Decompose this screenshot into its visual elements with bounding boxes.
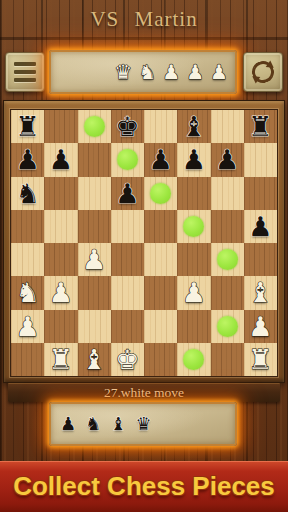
square-d1[interactable]: ♚: [111, 343, 144, 376]
legal-move-highlight: [84, 116, 105, 137]
square-c3[interactable]: [78, 276, 111, 309]
square-f7[interactable]: ♟: [177, 143, 210, 176]
white-rook-piece[interactable]: ♜: [248, 346, 272, 373]
menu-button[interactable]: [5, 52, 45, 92]
square-g3[interactable]: [211, 276, 244, 309]
app-screen: VS Martin ♛♞♟♟♟ ♜♚♝♜♟♟♟♟♟♞♟♟♟♞♟♟♝♟♟♜♝♚♜ …: [0, 0, 288, 512]
square-e8[interactable]: [144, 110, 177, 143]
white-pawn-piece[interactable]: ♟: [248, 313, 272, 340]
white-pawn-piece[interactable]: ♟: [82, 246, 106, 273]
square-h2[interactable]: ♟: [244, 310, 277, 343]
square-b7[interactable]: ♟: [44, 143, 77, 176]
captured-tray-top: ♛♞♟♟♟: [49, 50, 237, 94]
black-king-piece[interactable]: ♚: [115, 113, 139, 140]
white-pawn-piece[interactable]: ♟: [16, 313, 40, 340]
wood-plank-seam: [0, 37, 288, 40]
square-b4[interactable]: [44, 243, 77, 276]
square-d2[interactable]: [111, 310, 144, 343]
captured-white-knight: ♞: [138, 62, 156, 82]
white-pawn-piece[interactable]: ♟: [182, 279, 206, 306]
black-pawn-piece[interactable]: ♟: [49, 146, 73, 173]
black-pawn-piece[interactable]: ♟: [215, 146, 239, 173]
square-d6[interactable]: ♟: [111, 177, 144, 210]
square-c4[interactable]: ♟: [78, 243, 111, 276]
captured-white-queen: ♛: [114, 62, 132, 82]
square-g2[interactable]: [211, 310, 244, 343]
square-g4[interactable]: [211, 243, 244, 276]
ad-banner[interactable]: Collect Chess Pieces: [0, 461, 288, 512]
square-b3[interactable]: ♟: [44, 276, 77, 309]
legal-move-highlight: [217, 316, 238, 337]
captured-black-bishop: ♝: [110, 415, 126, 433]
captured-black-queen: ♛: [135, 415, 151, 433]
square-b2[interactable]: [44, 310, 77, 343]
square-h5[interactable]: ♟: [244, 210, 277, 243]
square-b8[interactable]: [44, 110, 77, 143]
square-a5[interactable]: [11, 210, 44, 243]
square-c8[interactable]: [78, 110, 111, 143]
square-c5[interactable]: [78, 210, 111, 243]
legal-move-highlight: [183, 349, 204, 370]
square-f5[interactable]: [177, 210, 210, 243]
square-h8[interactable]: ♜: [244, 110, 277, 143]
square-b6[interactable]: [44, 177, 77, 210]
white-pawn-piece[interactable]: ♟: [49, 279, 73, 306]
square-c2[interactable]: [78, 310, 111, 343]
black-rook-piece[interactable]: ♜: [248, 113, 272, 140]
square-g7[interactable]: ♟: [211, 143, 244, 176]
square-d8[interactable]: ♚: [111, 110, 144, 143]
match-title: VS Martin: [0, 7, 288, 32]
square-c1[interactable]: ♝: [78, 343, 111, 376]
black-pawn-piece[interactable]: ♟: [182, 146, 206, 173]
white-bishop-piece[interactable]: ♝: [248, 279, 272, 306]
square-h4[interactable]: [244, 243, 277, 276]
square-e6[interactable]: [144, 177, 177, 210]
square-a1[interactable]: [11, 343, 44, 376]
black-knight-piece[interactable]: ♞: [16, 180, 40, 207]
white-king-piece[interactable]: ♚: [115, 346, 139, 373]
black-pawn-piece[interactable]: ♟: [16, 146, 40, 173]
captured-white-pawn: ♟: [186, 62, 204, 82]
captured-white-pawn: ♟: [162, 62, 180, 82]
square-c7[interactable]: [78, 143, 111, 176]
black-bishop-piece[interactable]: ♝: [182, 113, 206, 140]
square-h1[interactable]: ♜: [244, 343, 277, 376]
square-e3[interactable]: [144, 276, 177, 309]
square-h3[interactable]: ♝: [244, 276, 277, 309]
square-g6[interactable]: [211, 177, 244, 210]
square-a3[interactable]: ♞: [11, 276, 44, 309]
square-h6[interactable]: [244, 177, 277, 210]
square-e7[interactable]: ♟: [144, 143, 177, 176]
ad-banner-text: Collect Chess Pieces: [13, 471, 275, 502]
legal-move-highlight: [183, 216, 204, 237]
square-g5[interactable]: [211, 210, 244, 243]
square-a6[interactable]: ♞: [11, 177, 44, 210]
square-g8[interactable]: [211, 110, 244, 143]
square-a7[interactable]: ♟: [11, 143, 44, 176]
square-d5[interactable]: [111, 210, 144, 243]
hamburger-icon: [14, 62, 36, 66]
square-f1[interactable]: [177, 343, 210, 376]
black-pawn-piece[interactable]: ♟: [115, 180, 139, 207]
square-e1[interactable]: [144, 343, 177, 376]
square-e4[interactable]: [144, 243, 177, 276]
square-d7[interactable]: [111, 143, 144, 176]
chess-board: ♜♚♝♜♟♟♟♟♟♞♟♟♟♞♟♟♝♟♟♜♝♚♜: [10, 109, 278, 377]
white-rook-piece[interactable]: ♜: [49, 346, 73, 373]
square-d4[interactable]: [111, 243, 144, 276]
captured-black-knight: ♞: [85, 415, 101, 433]
square-g1[interactable]: [211, 343, 244, 376]
square-f3[interactable]: ♟: [177, 276, 210, 309]
square-f6[interactable]: [177, 177, 210, 210]
square-h7[interactable]: [244, 143, 277, 176]
square-f2[interactable]: [177, 310, 210, 343]
square-b5[interactable]: [44, 210, 77, 243]
move-counter-text: 27.white move: [104, 385, 184, 401]
white-bishop-piece[interactable]: ♝: [82, 346, 106, 373]
refresh-icon: [250, 59, 276, 85]
legal-move-highlight: [150, 183, 171, 204]
square-f4[interactable]: [177, 243, 210, 276]
square-a2[interactable]: ♟: [11, 310, 44, 343]
captured-black-pawn: ♟: [60, 415, 76, 433]
square-b1[interactable]: ♜: [44, 343, 77, 376]
square-e5[interactable]: [144, 210, 177, 243]
square-f8[interactable]: ♝: [177, 110, 210, 143]
black-rook-piece[interactable]: ♜: [16, 113, 40, 140]
captured-white-pawn: ♟: [210, 62, 228, 82]
square-e2[interactable]: [144, 310, 177, 343]
move-status-bar: 27.white move: [8, 383, 280, 402]
square-d3[interactable]: [111, 276, 144, 309]
restart-button[interactable]: [243, 52, 283, 92]
black-pawn-piece[interactable]: ♟: [149, 146, 173, 173]
chess-board-frame: ♜♚♝♜♟♟♟♟♟♞♟♟♟♞♟♟♝♟♟♜♝♚♜: [3, 100, 285, 383]
square-c6[interactable]: [78, 177, 111, 210]
white-knight-piece[interactable]: ♞: [16, 279, 40, 306]
square-a4[interactable]: [11, 243, 44, 276]
captured-tray-bottom: ♟♞♝♛: [49, 402, 237, 446]
black-pawn-piece[interactable]: ♟: [248, 213, 272, 240]
legal-move-highlight: [217, 249, 238, 270]
square-a8[interactable]: ♜: [11, 110, 44, 143]
legal-move-highlight: [117, 149, 138, 170]
